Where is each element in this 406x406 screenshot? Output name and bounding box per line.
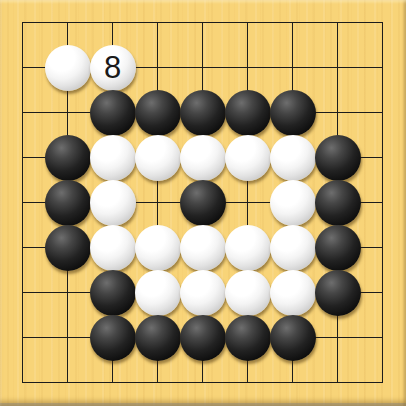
stone-black bbox=[90, 90, 136, 136]
stone-white bbox=[270, 180, 316, 226]
stone-white: 8 bbox=[90, 45, 136, 91]
stone-black bbox=[135, 90, 181, 136]
stone-black bbox=[45, 180, 91, 226]
stone-white bbox=[135, 135, 181, 181]
stone-black bbox=[225, 90, 271, 136]
stone-white bbox=[45, 45, 91, 91]
stone-white bbox=[90, 135, 136, 181]
stone-black bbox=[45, 135, 91, 181]
stone-black bbox=[45, 225, 91, 271]
stones-layer: 8 bbox=[0, 0, 406, 406]
stone-white bbox=[270, 225, 316, 271]
stone-white bbox=[135, 225, 181, 271]
stone-white bbox=[180, 135, 226, 181]
stone-black bbox=[315, 135, 361, 181]
stone-white bbox=[90, 180, 136, 226]
stone-black bbox=[270, 90, 316, 136]
stone-black bbox=[180, 180, 226, 226]
stone-black bbox=[135, 315, 181, 361]
stone-white bbox=[270, 270, 316, 316]
stone-black bbox=[180, 315, 226, 361]
stone-white bbox=[180, 270, 226, 316]
stone-black bbox=[225, 315, 271, 361]
stone-white bbox=[225, 225, 271, 271]
stone-black bbox=[270, 315, 316, 361]
stone-white bbox=[225, 135, 271, 181]
stone-black bbox=[90, 270, 136, 316]
go-board[interactable]: 8 bbox=[0, 0, 406, 406]
stone-white bbox=[270, 135, 316, 181]
stone-black bbox=[180, 90, 226, 136]
stone-white bbox=[180, 225, 226, 271]
stone-black bbox=[315, 270, 361, 316]
stone-white bbox=[225, 270, 271, 316]
move-number-label: 8 bbox=[104, 45, 121, 91]
stone-white bbox=[135, 270, 181, 316]
stone-black bbox=[315, 180, 361, 226]
stone-black bbox=[90, 315, 136, 361]
stone-white bbox=[90, 225, 136, 271]
stone-black bbox=[315, 225, 361, 271]
